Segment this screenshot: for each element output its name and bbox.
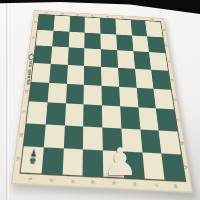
coordinate-label: 3 <box>67 167 77 195</box>
coordinate-label: 7 <box>135 11 141 26</box>
square-f4 <box>119 86 138 107</box>
square-f7 <box>116 34 133 51</box>
cloth-fold <box>6 3 10 200</box>
coordinate-label: B <box>172 139 192 147</box>
coordinate-label: G <box>158 42 174 48</box>
coordinate-label: H <box>27 18 43 25</box>
white-pawn: ♟ <box>103 145 133 179</box>
coordinate-label: E <box>163 77 181 83</box>
coordinate-label: G <box>25 34 42 41</box>
square-e4 <box>101 85 120 106</box>
square-d4 <box>84 84 102 105</box>
square-b4 <box>47 82 66 103</box>
square-b3 <box>45 102 65 125</box>
square-e7 <box>100 33 117 50</box>
square-c3 <box>64 103 83 126</box>
square-b2 <box>44 124 65 149</box>
coordinate-label: H <box>156 27 172 32</box>
square-c7 <box>68 31 84 48</box>
coordinate-label: C <box>169 117 188 124</box>
corner-emblem: ♟♚ <box>22 144 44 172</box>
square-d7 <box>85 32 101 49</box>
coordinate-label: 8 <box>149 12 155 27</box>
square-c4 <box>66 83 84 104</box>
circle-crest-icon <box>28 54 34 60</box>
coordinate-label: 5 <box>105 9 110 24</box>
coordinate-label: 2 <box>60 7 65 22</box>
square-d6 <box>84 48 101 66</box>
coordinate-label: 4 <box>90 8 94 23</box>
coordinate-label: 2 <box>46 166 57 194</box>
square-b6 <box>51 47 69 65</box>
square-e5 <box>101 67 119 87</box>
emblem-piece-glyph: ♚ <box>29 158 37 167</box>
square-b5 <box>49 64 67 84</box>
coordinate-label: 3 <box>75 8 80 23</box>
square-d5 <box>84 66 101 86</box>
square-c6 <box>67 48 84 66</box>
coordinate-label: B <box>11 129 32 139</box>
square-e3 <box>102 105 121 128</box>
coordinate-label: 4 <box>88 168 97 196</box>
coordinate-label: 6 <box>120 10 125 25</box>
square-c5 <box>67 65 85 85</box>
square-f3 <box>120 106 140 129</box>
square-f6 <box>117 50 135 68</box>
square-f5 <box>118 68 136 88</box>
square-b7 <box>52 30 69 47</box>
square-c2 <box>63 125 83 150</box>
chess-board: 12345678 12345678 HGFEDCBA HGFEDCBA US C… <box>11 10 193 193</box>
photo-scene: 12345678 12345678 HGFEDCBA HGFEDCBA US C… <box>0 0 200 200</box>
coordinate-label: C <box>14 107 34 116</box>
square-d3 <box>83 104 102 127</box>
coordinate-label: D <box>166 96 184 103</box>
square-d2 <box>83 126 103 151</box>
square-e6 <box>101 49 118 67</box>
